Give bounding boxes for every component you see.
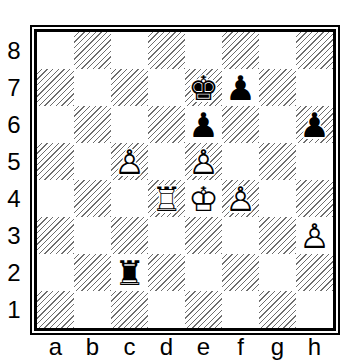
square-g2[interactable] <box>259 254 296 291</box>
square-h7[interactable] <box>296 69 333 106</box>
square-b7[interactable] <box>74 69 111 106</box>
rank-label-1: 1 <box>2 291 26 328</box>
square-f4[interactable]: ♟♙ <box>222 180 259 217</box>
square-g1[interactable] <box>259 291 296 328</box>
white-piece-outline-layer: ♙ <box>185 143 222 180</box>
square-a4[interactable] <box>37 180 74 217</box>
square-b5[interactable] <box>74 143 111 180</box>
square-d2[interactable] <box>148 254 185 291</box>
piece-white-pawn-f4: ♟♙ <box>222 180 259 217</box>
rank-label-2: 2 <box>2 254 26 291</box>
square-f7[interactable]: ♟ <box>222 69 259 106</box>
square-f1[interactable] <box>222 291 259 328</box>
file-label-f: f <box>222 335 259 359</box>
square-d5[interactable] <box>148 143 185 180</box>
square-h8[interactable] <box>296 32 333 69</box>
square-a8[interactable] <box>37 32 74 69</box>
square-b4[interactable] <box>74 180 111 217</box>
square-d6[interactable] <box>148 106 185 143</box>
square-a3[interactable] <box>37 217 74 254</box>
square-h6[interactable]: ♟ <box>296 106 333 143</box>
square-b2[interactable] <box>74 254 111 291</box>
square-d7[interactable] <box>148 69 185 106</box>
square-b6[interactable] <box>74 106 111 143</box>
square-e4[interactable]: ♚♔ <box>185 180 222 217</box>
square-a2[interactable] <box>37 254 74 291</box>
piece-black-pawn-f7: ♟ <box>222 69 259 106</box>
square-h2[interactable] <box>296 254 333 291</box>
square-g4[interactable] <box>259 180 296 217</box>
square-c6[interactable] <box>111 106 148 143</box>
square-c2[interactable]: ♜ <box>111 254 148 291</box>
file-label-h: h <box>296 335 333 359</box>
square-f8[interactable] <box>222 32 259 69</box>
square-a5[interactable] <box>37 143 74 180</box>
piece-white-pawn-h3: ♟♙ <box>296 217 333 254</box>
square-h4[interactable] <box>296 180 333 217</box>
rank-label-3: 3 <box>2 217 26 254</box>
square-b3[interactable] <box>74 217 111 254</box>
square-h5[interactable] <box>296 143 333 180</box>
square-g5[interactable] <box>259 143 296 180</box>
file-label-g: g <box>259 335 296 359</box>
square-a6[interactable] <box>37 106 74 143</box>
piece-black-pawn-e6: ♟ <box>185 106 222 143</box>
white-piece-outline-layer: ♙ <box>222 180 259 217</box>
white-piece-outline-layer: ♔ <box>185 180 222 217</box>
square-h3[interactable]: ♟♙ <box>296 217 333 254</box>
white-piece-outline-layer: ♙ <box>296 217 333 254</box>
square-b1[interactable] <box>74 291 111 328</box>
board-inner-frame: ♚♟♟♟♟♙♟♙♜♖♚♔♟♙♟♙♜ <box>34 29 336 331</box>
piece-white-king-e4: ♚♔ <box>185 180 222 217</box>
board-grid: ♚♟♟♟♟♙♟♙♜♖♚♔♟♙♟♙♜ <box>37 32 333 328</box>
white-piece-outline-layer: ♙ <box>111 143 148 180</box>
piece-white-rook-d4: ♜♖ <box>148 180 185 217</box>
piece-white-pawn-e5: ♟♙ <box>185 143 222 180</box>
square-g6[interactable] <box>259 106 296 143</box>
square-g8[interactable] <box>259 32 296 69</box>
piece-white-pawn-c5: ♟♙ <box>111 143 148 180</box>
file-labels: abcdefgh <box>37 335 333 359</box>
file-label-a: a <box>37 335 74 359</box>
square-e7[interactable]: ♚ <box>185 69 222 106</box>
square-a7[interactable] <box>37 69 74 106</box>
rank-label-4: 4 <box>2 180 26 217</box>
square-d4[interactable]: ♜♖ <box>148 180 185 217</box>
piece-black-rook-c2: ♜ <box>111 254 148 291</box>
file-label-d: d <box>148 335 185 359</box>
square-c5[interactable]: ♟♙ <box>111 143 148 180</box>
square-e3[interactable] <box>185 217 222 254</box>
square-f5[interactable] <box>222 143 259 180</box>
rank-label-5: 5 <box>2 143 26 180</box>
square-g7[interactable] <box>259 69 296 106</box>
rank-label-8: 8 <box>2 32 26 69</box>
square-c7[interactable] <box>111 69 148 106</box>
board-frame: ♚♟♟♟♟♙♟♙♜♖♚♔♟♙♟♙♜ <box>30 25 340 335</box>
square-f2[interactable] <box>222 254 259 291</box>
square-c4[interactable] <box>111 180 148 217</box>
file-label-e: e <box>185 335 222 359</box>
square-d8[interactable] <box>148 32 185 69</box>
rank-label-6: 6 <box>2 106 26 143</box>
file-label-b: b <box>74 335 111 359</box>
square-d3[interactable] <box>148 217 185 254</box>
white-piece-outline-layer: ♖ <box>148 180 185 217</box>
square-e5[interactable]: ♟♙ <box>185 143 222 180</box>
square-e2[interactable] <box>185 254 222 291</box>
chess-diagram: 87654321 ♚♟♟♟♟♙♟♙♜♖♚♔♟♙♟♙♜ abcdefgh <box>0 0 360 360</box>
square-h1[interactable] <box>296 291 333 328</box>
piece-black-pawn-h6: ♟ <box>296 106 333 143</box>
square-c1[interactable] <box>111 291 148 328</box>
square-f6[interactable] <box>222 106 259 143</box>
square-e8[interactable] <box>185 32 222 69</box>
rank-label-7: 7 <box>2 69 26 106</box>
square-f3[interactable] <box>222 217 259 254</box>
rank-labels: 87654321 <box>2 32 26 328</box>
piece-black-king-e7: ♚ <box>185 69 222 106</box>
square-g3[interactable] <box>259 217 296 254</box>
square-a1[interactable] <box>37 291 74 328</box>
file-label-c: c <box>111 335 148 359</box>
square-b8[interactable] <box>74 32 111 69</box>
square-c8[interactable] <box>111 32 148 69</box>
square-e1[interactable] <box>185 291 222 328</box>
square-c3[interactable] <box>111 217 148 254</box>
square-e6[interactable]: ♟ <box>185 106 222 143</box>
square-d1[interactable] <box>148 291 185 328</box>
